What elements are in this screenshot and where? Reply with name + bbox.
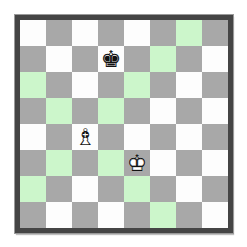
square-g3[interactable] <box>176 150 202 176</box>
square-c2[interactable] <box>72 176 98 202</box>
square-c4[interactable]: ♗ <box>72 124 98 150</box>
square-h7[interactable] <box>202 46 228 72</box>
square-b7[interactable] <box>46 46 72 72</box>
square-d7[interactable]: ♚ <box>98 46 124 72</box>
square-f2[interactable] <box>150 176 176 202</box>
square-f4[interactable] <box>150 124 176 150</box>
square-d5[interactable] <box>98 98 124 124</box>
square-e4[interactable] <box>124 124 150 150</box>
square-e2[interactable] <box>124 176 150 202</box>
square-a3[interactable] <box>20 150 46 176</box>
square-a6[interactable] <box>20 72 46 98</box>
white-king[interactable]: ♔ <box>124 150 150 176</box>
square-g7[interactable] <box>176 46 202 72</box>
square-h3[interactable] <box>202 150 228 176</box>
square-b1[interactable] <box>46 202 72 228</box>
square-f7[interactable] <box>150 46 176 72</box>
square-a4[interactable] <box>20 124 46 150</box>
square-c1[interactable] <box>72 202 98 228</box>
square-e7[interactable] <box>124 46 150 72</box>
square-g6[interactable] <box>176 72 202 98</box>
square-b3[interactable] <box>46 150 72 176</box>
square-f6[interactable] <box>150 72 176 98</box>
square-b2[interactable] <box>46 176 72 202</box>
square-h8[interactable] <box>202 20 228 46</box>
square-c7[interactable] <box>72 46 98 72</box>
square-f5[interactable] <box>150 98 176 124</box>
square-g2[interactable] <box>176 176 202 202</box>
square-c6[interactable] <box>72 72 98 98</box>
black-king[interactable]: ♚ <box>98 46 124 72</box>
square-g1[interactable] <box>176 202 202 228</box>
square-b5[interactable] <box>46 98 72 124</box>
square-b4[interactable] <box>46 124 72 150</box>
square-d6[interactable] <box>98 72 124 98</box>
chess-board: ♚♗♔ <box>15 15 233 233</box>
square-h4[interactable] <box>202 124 228 150</box>
square-a2[interactable] <box>20 176 46 202</box>
square-e6[interactable] <box>124 72 150 98</box>
square-c3[interactable] <box>72 150 98 176</box>
square-d3[interactable] <box>98 150 124 176</box>
square-c5[interactable] <box>72 98 98 124</box>
square-g8[interactable] <box>176 20 202 46</box>
square-d8[interactable] <box>98 20 124 46</box>
chess-board-diagram: ♚♗♔ <box>15 15 233 233</box>
square-d2[interactable] <box>98 176 124 202</box>
square-b6[interactable] <box>46 72 72 98</box>
square-h5[interactable] <box>202 98 228 124</box>
square-a5[interactable] <box>20 98 46 124</box>
square-e1[interactable] <box>124 202 150 228</box>
square-f8[interactable] <box>150 20 176 46</box>
square-e8[interactable] <box>124 20 150 46</box>
white-bishop[interactable]: ♗ <box>72 124 98 150</box>
square-f3[interactable] <box>150 150 176 176</box>
square-e5[interactable] <box>124 98 150 124</box>
square-d4[interactable] <box>98 124 124 150</box>
square-a1[interactable] <box>20 202 46 228</box>
square-g4[interactable] <box>176 124 202 150</box>
square-a7[interactable] <box>20 46 46 72</box>
square-h1[interactable] <box>202 202 228 228</box>
square-f1[interactable] <box>150 202 176 228</box>
square-h2[interactable] <box>202 176 228 202</box>
square-b8[interactable] <box>46 20 72 46</box>
square-e3[interactable]: ♔ <box>124 150 150 176</box>
square-c8[interactable] <box>72 20 98 46</box>
square-g5[interactable] <box>176 98 202 124</box>
square-a8[interactable] <box>20 20 46 46</box>
square-h6[interactable] <box>202 72 228 98</box>
square-d1[interactable] <box>98 202 124 228</box>
